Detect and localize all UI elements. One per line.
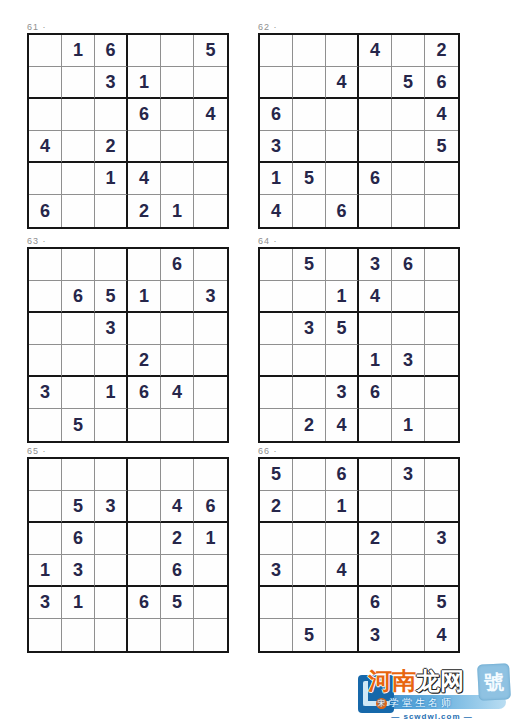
puzzle-label: 66 · bbox=[258, 446, 460, 457]
sudoku-cell-61-r1c1 bbox=[29, 35, 62, 67]
puzzle-label: 65 · bbox=[27, 446, 229, 457]
sudoku-cell-66-r3c4: 2 bbox=[359, 523, 392, 555]
sudoku-cell-61-r6c1: 6 bbox=[29, 195, 62, 227]
sudoku-cell-64-r4c2 bbox=[293, 345, 326, 377]
sudoku-cell-61-r6c5: 1 bbox=[161, 195, 194, 227]
sudoku-cell-62-r5c5 bbox=[392, 163, 425, 195]
sudoku-cell-65-r1c4 bbox=[128, 459, 161, 491]
sudoku-cell-62-r3c1: 6 bbox=[260, 99, 293, 131]
sudoku-cell-62-r2c2 bbox=[293, 67, 326, 99]
sudoku-cell-62-r4c5 bbox=[392, 131, 425, 163]
sudoku-cell-64-r6c2: 2 bbox=[293, 409, 326, 441]
sudoku-cell-65-r2c5: 4 bbox=[161, 491, 194, 523]
sudoku-cell-63-r6c4 bbox=[128, 409, 161, 441]
sudoku-cell-63-r4c5 bbox=[161, 345, 194, 377]
sudoku-cell-65-r5c6 bbox=[194, 587, 227, 619]
sudoku-cell-66-r1c3: 6 bbox=[326, 459, 359, 491]
sudoku-cell-66-r6c1 bbox=[260, 619, 293, 651]
puzzle-61: 61 · 16531644214621 bbox=[27, 22, 229, 229]
sudoku-cell-63-r4c1 bbox=[29, 345, 62, 377]
sudoku-cell-61-r5c4: 4 bbox=[128, 163, 161, 195]
sudoku-cell-62-r6c6 bbox=[425, 195, 458, 227]
sudoku-cell-63-r4c6 bbox=[194, 345, 227, 377]
sudoku-cell-62-r2c1 bbox=[260, 67, 293, 99]
sudoku-cell-65-r3c1 bbox=[29, 523, 62, 555]
sudoku-cell-64-r2c2 bbox=[293, 281, 326, 313]
sudoku-cell-62-r4c1: 3 bbox=[260, 131, 293, 163]
sudoku-cell-61-r3c1 bbox=[29, 99, 62, 131]
sudoku-cell-64-r6c1 bbox=[260, 409, 293, 441]
sudoku-cell-65-r6c2 bbox=[62, 619, 95, 651]
sudoku-cell-63-r3c6 bbox=[194, 313, 227, 345]
sudoku-cell-66-r5c6: 5 bbox=[425, 587, 458, 619]
sudoku-cell-64-r4c3 bbox=[326, 345, 359, 377]
sudoku-cell-61-r3c3 bbox=[95, 99, 128, 131]
sudoku-cell-62-r2c4 bbox=[359, 67, 392, 99]
sudoku-cell-61-r1c5 bbox=[161, 35, 194, 67]
sudoku-cell-61-r1c2: 1 bbox=[62, 35, 95, 67]
puzzle-label: 61 · bbox=[27, 22, 229, 33]
sudoku-cell-66-r3c6: 3 bbox=[425, 523, 458, 555]
sudoku-cell-63-r5c4: 6 bbox=[128, 377, 161, 409]
sudoku-cell-64-r4c5: 3 bbox=[392, 345, 425, 377]
sudoku-cell-65-r4c3 bbox=[95, 555, 128, 587]
sudoku-cell-66-r4c2 bbox=[293, 555, 326, 587]
sudoku-cell-66-r4c5 bbox=[392, 555, 425, 587]
puzzle-label: 63 · bbox=[27, 236, 229, 247]
sudoku-cell-65-r2c4 bbox=[128, 491, 161, 523]
sudoku-cell-61-r6c2 bbox=[62, 195, 95, 227]
sudoku-cell-66-r2c1: 2 bbox=[260, 491, 293, 523]
sudoku-cell-64-r6c6 bbox=[425, 409, 458, 441]
sudoku-cell-64-r3c1 bbox=[260, 313, 293, 345]
sudoku-cell-66-r2c4 bbox=[359, 491, 392, 523]
sudoku-cell-65-r2c6: 6 bbox=[194, 491, 227, 523]
sudoku-cell-66-r1c2 bbox=[293, 459, 326, 491]
sudoku-cell-64-r2c1 bbox=[260, 281, 293, 313]
sudoku-board-63: 665133231645 bbox=[27, 247, 229, 443]
sudoku-cell-61-r2c6 bbox=[194, 67, 227, 99]
sudoku-cell-63-r2c5 bbox=[161, 281, 194, 313]
sudoku-cell-65-r5c5: 5 bbox=[161, 587, 194, 619]
sudoku-cell-62-r2c3: 4 bbox=[326, 67, 359, 99]
sudoku-cell-63-r2c6: 3 bbox=[194, 281, 227, 313]
sudoku-cell-63-r2c1 bbox=[29, 281, 62, 313]
sudoku-cell-64-r5c2 bbox=[293, 377, 326, 409]
sudoku-cell-61-r2c5 bbox=[161, 67, 194, 99]
sudoku-cell-61-r1c6: 5 bbox=[194, 35, 227, 67]
sudoku-cell-61-r4c6 bbox=[194, 131, 227, 163]
sudoku-cell-66-r5c4: 6 bbox=[359, 587, 392, 619]
sudoku-cell-61-r4c5 bbox=[161, 131, 194, 163]
sudoku-cell-61-r6c6 bbox=[194, 195, 227, 227]
sudoku-cell-61-r2c3: 3 bbox=[95, 67, 128, 99]
sudoku-cell-66-r2c6 bbox=[425, 491, 458, 523]
sudoku-cell-66-r6c6: 4 bbox=[425, 619, 458, 651]
sudoku-cell-65-r3c5: 2 bbox=[161, 523, 194, 555]
sudoku-board-66: 56321233465534 bbox=[258, 457, 460, 653]
sudoku-cell-63-r2c4: 1 bbox=[128, 281, 161, 313]
sudoku-cell-61-r5c2 bbox=[62, 163, 95, 195]
puzzle-64: 64 · 53614351336241 bbox=[258, 236, 460, 443]
sudoku-cell-64-r5c3: 3 bbox=[326, 377, 359, 409]
watermark-tagline: 宋学堂生名师 bbox=[376, 697, 454, 709]
sudoku-cell-61-r1c3: 6 bbox=[95, 35, 128, 67]
sudoku-cell-63-r2c3: 5 bbox=[95, 281, 128, 313]
sudoku-cell-66-r5c3 bbox=[326, 587, 359, 619]
sudoku-cell-64-r1c5: 6 bbox=[392, 249, 425, 281]
sudoku-cell-63-r1c1 bbox=[29, 249, 62, 281]
sudoku-board-61: 16531644214621 bbox=[27, 33, 229, 229]
sudoku-cell-64-r4c6 bbox=[425, 345, 458, 377]
sudoku-cell-64-r5c1 bbox=[260, 377, 293, 409]
watermark-site-name-white: 龙网 bbox=[416, 667, 464, 694]
sudoku-cell-64-r3c2: 3 bbox=[293, 313, 326, 345]
sudoku-board-65: 53466211363165 bbox=[27, 457, 229, 653]
sudoku-cell-61-r4c2 bbox=[62, 131, 95, 163]
sudoku-cell-61-r2c1 bbox=[29, 67, 62, 99]
sudoku-cell-65-r1c3 bbox=[95, 459, 128, 491]
sudoku-cell-65-r4c5: 6 bbox=[161, 555, 194, 587]
sudoku-cell-64-r3c6 bbox=[425, 313, 458, 345]
sudoku-cell-65-r4c1: 1 bbox=[29, 555, 62, 587]
sudoku-cell-61-r5c3: 1 bbox=[95, 163, 128, 195]
sudoku-cell-65-r6c5 bbox=[161, 619, 194, 651]
sudoku-cell-65-r5c4: 6 bbox=[128, 587, 161, 619]
sudoku-board-62: 42456643515646 bbox=[258, 33, 460, 229]
sudoku-cell-61-r5c5 bbox=[161, 163, 194, 195]
sudoku-cell-65-r4c6 bbox=[194, 555, 227, 587]
sudoku-cell-65-r6c6 bbox=[194, 619, 227, 651]
sudoku-cell-64-r5c5 bbox=[392, 377, 425, 409]
sudoku-cell-64-r1c3 bbox=[326, 249, 359, 281]
puzzle-63: 63 · 665133231645 bbox=[27, 236, 229, 443]
sudoku-cell-63-r3c4 bbox=[128, 313, 161, 345]
sudoku-cell-63-r1c2 bbox=[62, 249, 95, 281]
sudoku-cell-66-r3c1 bbox=[260, 523, 293, 555]
sudoku-cell-66-r6c4: 3 bbox=[359, 619, 392, 651]
sudoku-cell-62-r6c5 bbox=[392, 195, 425, 227]
sudoku-cell-62-r4c3 bbox=[326, 131, 359, 163]
watermark: 河南龙网 號 宋学堂生名师 — scwdwl.com — bbox=[356, 660, 512, 724]
sudoku-cell-64-r5c4: 6 bbox=[359, 377, 392, 409]
sudoku-cell-64-r2c4: 4 bbox=[359, 281, 392, 313]
sudoku-cell-66-r2c2 bbox=[293, 491, 326, 523]
sudoku-cell-62-r6c2 bbox=[293, 195, 326, 227]
watermark-url: — scwdwl.com — bbox=[356, 712, 508, 722]
sudoku-cell-66-r3c2 bbox=[293, 523, 326, 555]
watermark-badge-icon: 宋 bbox=[376, 698, 387, 709]
sudoku-cell-63-r6c2: 5 bbox=[62, 409, 95, 441]
sudoku-cell-65-r4c2: 3 bbox=[62, 555, 95, 587]
sudoku-cell-65-r1c2 bbox=[62, 459, 95, 491]
sudoku-cell-66-r6c5 bbox=[392, 619, 425, 651]
sudoku-cell-62-r5c4: 6 bbox=[359, 163, 392, 195]
sudoku-cell-61-r4c4 bbox=[128, 131, 161, 163]
sudoku-cell-61-r2c4: 1 bbox=[128, 67, 161, 99]
sudoku-cell-65-r5c1: 3 bbox=[29, 587, 62, 619]
sudoku-cell-66-r5c2 bbox=[293, 587, 326, 619]
sudoku-cell-62-r6c1: 4 bbox=[260, 195, 293, 227]
sudoku-cell-65-r2c2: 5 bbox=[62, 491, 95, 523]
sudoku-cell-66-r6c2: 5 bbox=[293, 619, 326, 651]
sudoku-cell-62-r3c3 bbox=[326, 99, 359, 131]
sudoku-cell-66-r3c3 bbox=[326, 523, 359, 555]
sudoku-cell-63-r3c3: 3 bbox=[95, 313, 128, 345]
sudoku-cell-64-r3c4 bbox=[359, 313, 392, 345]
sudoku-cell-64-r4c1 bbox=[260, 345, 293, 377]
sudoku-cell-63-r5c6 bbox=[194, 377, 227, 409]
sudoku-cell-63-r2c2: 6 bbox=[62, 281, 95, 313]
sudoku-cell-64-r1c2: 5 bbox=[293, 249, 326, 281]
sudoku-cell-66-r4c3: 4 bbox=[326, 555, 359, 587]
sudoku-cell-61-r3c6: 4 bbox=[194, 99, 227, 131]
sudoku-cell-62-r6c4 bbox=[359, 195, 392, 227]
sudoku-cell-66-r4c6 bbox=[425, 555, 458, 587]
sudoku-cell-63-r6c3 bbox=[95, 409, 128, 441]
sudoku-cell-62-r3c6: 4 bbox=[425, 99, 458, 131]
sudoku-cell-66-r1c1: 5 bbox=[260, 459, 293, 491]
sudoku-cell-66-r2c5 bbox=[392, 491, 425, 523]
sudoku-cell-64-r5c6 bbox=[425, 377, 458, 409]
sudoku-cell-63-r6c6 bbox=[194, 409, 227, 441]
sudoku-cell-62-r4c2 bbox=[293, 131, 326, 163]
sudoku-cell-62-r2c6: 6 bbox=[425, 67, 458, 99]
sudoku-cell-62-r5c6 bbox=[425, 163, 458, 195]
sudoku-cell-63-r6c5 bbox=[161, 409, 194, 441]
sudoku-cell-63-r6c1 bbox=[29, 409, 62, 441]
sudoku-cell-66-r5c5 bbox=[392, 587, 425, 619]
sudoku-cell-65-r2c3: 3 bbox=[95, 491, 128, 523]
sudoku-cell-65-r3c2: 6 bbox=[62, 523, 95, 555]
sudoku-cell-63-r1c6 bbox=[194, 249, 227, 281]
sudoku-cell-65-r1c6 bbox=[194, 459, 227, 491]
sudoku-cell-65-r5c3 bbox=[95, 587, 128, 619]
sudoku-cell-63-r1c4 bbox=[128, 249, 161, 281]
sudoku-cell-62-r1c1 bbox=[260, 35, 293, 67]
sudoku-cell-62-r6c3: 6 bbox=[326, 195, 359, 227]
sudoku-cell-63-r1c3 bbox=[95, 249, 128, 281]
sudoku-cell-65-r1c1 bbox=[29, 459, 62, 491]
puzzle-62: 62 · 42456643515646 bbox=[258, 22, 460, 229]
sudoku-board-64: 53614351336241 bbox=[258, 247, 460, 443]
sudoku-cell-63-r4c2 bbox=[62, 345, 95, 377]
watermark-site-name: 河南龙网 bbox=[368, 667, 464, 695]
sudoku-cell-61-r4c1: 4 bbox=[29, 131, 62, 163]
sudoku-cell-62-r2c5: 5 bbox=[392, 67, 425, 99]
sudoku-cell-62-r4c4 bbox=[359, 131, 392, 163]
puzzle-66: 66 · 56321233465534 bbox=[258, 446, 460, 653]
sudoku-cell-65-r1c5 bbox=[161, 459, 194, 491]
puzzle-label: 62 · bbox=[258, 22, 460, 33]
sudoku-cell-64-r2c5 bbox=[392, 281, 425, 313]
sudoku-cell-62-r1c6: 2 bbox=[425, 35, 458, 67]
sudoku-cell-66-r1c4 bbox=[359, 459, 392, 491]
sudoku-cell-62-r1c2 bbox=[293, 35, 326, 67]
sudoku-cell-65-r6c3 bbox=[95, 619, 128, 651]
sudoku-cell-66-r6c3 bbox=[326, 619, 359, 651]
sudoku-cell-62-r5c2: 5 bbox=[293, 163, 326, 195]
sudoku-cell-63-r4c3 bbox=[95, 345, 128, 377]
sudoku-cell-64-r2c3: 1 bbox=[326, 281, 359, 313]
sudoku-cell-65-r2c1 bbox=[29, 491, 62, 523]
sudoku-cell-64-r3c3: 5 bbox=[326, 313, 359, 345]
watermark-seal-icon: 號 bbox=[477, 663, 511, 701]
sudoku-cell-61-r3c2 bbox=[62, 99, 95, 131]
sudoku-cell-61-r3c4: 6 bbox=[128, 99, 161, 131]
sudoku-cell-64-r4c4: 1 bbox=[359, 345, 392, 377]
sudoku-cell-66-r1c5: 3 bbox=[392, 459, 425, 491]
sudoku-cell-64-r6c3: 4 bbox=[326, 409, 359, 441]
sudoku-cell-65-r3c4 bbox=[128, 523, 161, 555]
sudoku-cell-61-r3c5 bbox=[161, 99, 194, 131]
puzzle-label: 64 · bbox=[258, 236, 460, 247]
sudoku-cell-62-r5c3 bbox=[326, 163, 359, 195]
sudoku-cell-61-r5c6 bbox=[194, 163, 227, 195]
watermark-site-name-orange: 河南 bbox=[368, 667, 416, 694]
sudoku-cell-65-r3c6: 1 bbox=[194, 523, 227, 555]
sudoku-cell-63-r1c5: 6 bbox=[161, 249, 194, 281]
sudoku-cell-63-r5c1: 3 bbox=[29, 377, 62, 409]
sudoku-cell-62-r3c5 bbox=[392, 99, 425, 131]
sudoku-cell-66-r5c1 bbox=[260, 587, 293, 619]
sudoku-cell-61-r2c2 bbox=[62, 67, 95, 99]
sudoku-cell-63-r4c4: 2 bbox=[128, 345, 161, 377]
sudoku-cell-62-r3c4 bbox=[359, 99, 392, 131]
sudoku-cell-63-r5c2 bbox=[62, 377, 95, 409]
sudoku-cell-65-r3c3 bbox=[95, 523, 128, 555]
sudoku-cell-62-r1c4: 4 bbox=[359, 35, 392, 67]
sudoku-cell-61-r5c1 bbox=[29, 163, 62, 195]
sudoku-cell-66-r4c4 bbox=[359, 555, 392, 587]
sudoku-cell-61-r1c4 bbox=[128, 35, 161, 67]
sudoku-cell-66-r2c3: 1 bbox=[326, 491, 359, 523]
sudoku-cell-63-r3c5 bbox=[161, 313, 194, 345]
sudoku-cell-64-r1c6 bbox=[425, 249, 458, 281]
sudoku-cell-64-r1c4: 3 bbox=[359, 249, 392, 281]
sudoku-cell-64-r2c6 bbox=[425, 281, 458, 313]
sudoku-cell-62-r3c2 bbox=[293, 99, 326, 131]
sudoku-cell-65-r5c2: 1 bbox=[62, 587, 95, 619]
sudoku-cell-61-r4c3: 2 bbox=[95, 131, 128, 163]
sudoku-cell-66-r3c5 bbox=[392, 523, 425, 555]
sudoku-cell-63-r3c2 bbox=[62, 313, 95, 345]
puzzle-65: 65 · 53466211363165 bbox=[27, 446, 229, 653]
sudoku-cell-61-r6c4: 2 bbox=[128, 195, 161, 227]
sudoku-cell-64-r1c1 bbox=[260, 249, 293, 281]
sudoku-cell-62-r1c3 bbox=[326, 35, 359, 67]
sudoku-cell-64-r3c5 bbox=[392, 313, 425, 345]
sudoku-cell-61-r6c3 bbox=[95, 195, 128, 227]
sudoku-cell-65-r6c1 bbox=[29, 619, 62, 651]
sudoku-cell-63-r3c1 bbox=[29, 313, 62, 345]
sudoku-cell-62-r4c6: 5 bbox=[425, 131, 458, 163]
sudoku-cell-65-r6c4 bbox=[128, 619, 161, 651]
sudoku-cell-62-r1c5 bbox=[392, 35, 425, 67]
sudoku-cell-63-r5c3: 1 bbox=[95, 377, 128, 409]
sudoku-cell-66-r1c6 bbox=[425, 459, 458, 491]
sudoku-cell-64-r6c4 bbox=[359, 409, 392, 441]
sudoku-cell-65-r4c4 bbox=[128, 555, 161, 587]
sudoku-cell-66-r4c1: 3 bbox=[260, 555, 293, 587]
sudoku-cell-64-r6c5: 1 bbox=[392, 409, 425, 441]
sudoku-cell-63-r5c5: 4 bbox=[161, 377, 194, 409]
watermark-tagline-text: 学堂生名师 bbox=[389, 697, 454, 708]
sudoku-cell-62-r5c1: 1 bbox=[260, 163, 293, 195]
